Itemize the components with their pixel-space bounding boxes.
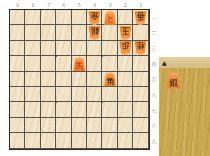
board-cell-7-3[interactable] xyxy=(41,41,56,56)
board-cell-4-4[interactable] xyxy=(87,56,102,71)
board-cell-7-8[interactable] xyxy=(41,118,56,133)
shogi-board: 金と香銀玉歩桂馬角 xyxy=(9,9,150,150)
piece-kanji: 玉 xyxy=(121,26,129,37)
komadai-header: ▲ xyxy=(159,57,210,68)
piece-kanji: 銀 xyxy=(91,26,99,37)
board-cell-4-7[interactable] xyxy=(87,102,102,117)
board-cell-8-9[interactable] xyxy=(25,133,40,148)
rank-label-1: 一 xyxy=(150,10,158,25)
rank-label-3: 三 xyxy=(150,41,158,56)
board-cell-4-8[interactable] xyxy=(87,118,102,133)
board-cell-2-5[interactable] xyxy=(118,72,133,87)
board-cell-5-1[interactable] xyxy=(72,10,87,25)
hand-piece-silver[interactable]: 銀 xyxy=(166,72,181,89)
file-label-3: 3 xyxy=(102,1,117,9)
file-label-6: 6 xyxy=(56,1,71,9)
piece-kanji: 香 xyxy=(137,11,145,22)
board-cell-9-1[interactable] xyxy=(10,10,25,25)
rank-label-7: 七 xyxy=(150,102,158,117)
file-label-1: 1 xyxy=(133,1,148,9)
board-cell-4-6[interactable] xyxy=(87,87,102,102)
board-cell-9-2[interactable] xyxy=(10,25,25,40)
board-cell-7-7[interactable] xyxy=(41,102,56,117)
board-cell-7-5[interactable] xyxy=(41,72,56,87)
file-label-4: 4 xyxy=(87,1,102,9)
board-cell-5-5[interactable] xyxy=(72,72,87,87)
board-cell-9-8[interactable] xyxy=(10,118,25,133)
board-cell-9-5[interactable] xyxy=(10,72,25,87)
board-cell-1-2[interactable] xyxy=(133,25,148,40)
board-cell-8-3[interactable] xyxy=(25,41,40,56)
board-cell-4-9[interactable] xyxy=(87,133,102,148)
board-cell-9-3[interactable] xyxy=(10,41,25,56)
board-cell-3-4[interactable] xyxy=(102,56,117,71)
board-cell-3-3[interactable] xyxy=(102,41,117,56)
board-cell-1-4[interactable] xyxy=(133,56,148,71)
board-cell-8-8[interactable] xyxy=(25,118,40,133)
board-cell-2-1[interactable] xyxy=(118,10,133,25)
board-cell-7-1[interactable] xyxy=(41,10,56,25)
board-cell-6-2[interactable] xyxy=(56,25,71,40)
file-label-9: 9 xyxy=(10,1,25,9)
board-cell-5-3[interactable] xyxy=(72,41,87,56)
board-cell-1-6[interactable] xyxy=(133,87,148,102)
board-cell-3-7[interactable] xyxy=(102,102,117,117)
piece-kanji: 銀 xyxy=(169,77,178,89)
rank-label-9: 九 xyxy=(150,133,158,148)
board-cell-3-2[interactable] xyxy=(102,25,117,40)
board-cell-1-5[interactable] xyxy=(133,72,148,87)
board-cell-1-9[interactable] xyxy=(133,133,148,148)
sente-to-move-marker: ▲ xyxy=(159,57,167,68)
board-cell-1-7[interactable] xyxy=(133,102,148,117)
rank-label-8: 八 xyxy=(150,118,158,133)
piece-kanji: 歩 xyxy=(121,41,129,52)
board-cell-2-9[interactable] xyxy=(118,133,133,148)
board-cell-8-4[interactable] xyxy=(25,56,40,71)
board-cell-2-8[interactable] xyxy=(118,118,133,133)
board-cell-8-2[interactable] xyxy=(25,25,40,40)
file-label-5: 5 xyxy=(72,1,87,9)
file-label-8: 8 xyxy=(25,1,40,9)
board-cell-6-9[interactable] xyxy=(56,133,71,148)
board-cell-8-5[interactable] xyxy=(25,72,40,87)
shogi-diagram: 987654321 金と香銀玉歩桂馬角 一二三四五六七八九 ▲ 銀 xyxy=(0,0,210,156)
board-cell-6-6[interactable] xyxy=(56,87,71,102)
rank-label-5: 五 xyxy=(150,72,158,87)
board-cell-7-4[interactable] xyxy=(41,56,56,71)
board-cell-4-3[interactable] xyxy=(87,41,102,56)
board-cell-5-7[interactable] xyxy=(72,102,87,117)
board-cell-3-6[interactable] xyxy=(102,87,117,102)
board-cell-1-8[interactable] xyxy=(133,118,148,133)
board-cell-9-6[interactable] xyxy=(10,87,25,102)
sente-hand-area: 銀 xyxy=(159,68,210,156)
piece-kanji: と xyxy=(106,14,114,25)
board-cell-6-8[interactable] xyxy=(56,118,71,133)
board-cell-6-3[interactable] xyxy=(56,41,71,56)
board-cell-3-8[interactable] xyxy=(102,118,117,133)
board-cell-2-4[interactable] xyxy=(118,56,133,71)
board-cell-5-9[interactable] xyxy=(72,133,87,148)
board-cell-5-8[interactable] xyxy=(72,118,87,133)
piece-kanji: 桂 xyxy=(137,41,145,52)
file-label-7: 7 xyxy=(41,1,56,9)
board-cell-5-6[interactable] xyxy=(72,87,87,102)
board-cell-3-9[interactable] xyxy=(102,133,117,148)
board-cell-8-7[interactable] xyxy=(25,102,40,117)
piece-kanji: 馬 xyxy=(75,61,83,72)
board-cell-6-4[interactable] xyxy=(56,56,71,71)
sente-komadai: ▲ 銀 xyxy=(159,57,210,156)
board-cell-2-6[interactable] xyxy=(118,87,133,102)
board-cell-7-2[interactable] xyxy=(41,25,56,40)
file-labels: 987654321 xyxy=(10,1,149,9)
file-label-2: 2 xyxy=(118,1,133,9)
board-cell-5-2[interactable] xyxy=(72,25,87,40)
board-cell-9-4[interactable] xyxy=(10,56,25,71)
board-cell-8-6[interactable] xyxy=(25,87,40,102)
rank-label-4: 四 xyxy=(150,56,158,71)
piece-kanji: 角 xyxy=(106,76,114,87)
board-cell-8-1[interactable] xyxy=(25,10,40,25)
board-cell-7-9[interactable] xyxy=(41,133,56,148)
board-cell-7-6[interactable] xyxy=(41,87,56,102)
rank-label-6: 六 xyxy=(150,87,158,102)
rank-labels: 一二三四五六七八九 xyxy=(150,10,158,149)
board-cell-6-1[interactable] xyxy=(56,10,71,25)
board-cell-9-7[interactable] xyxy=(10,102,25,117)
board-cell-6-5[interactable] xyxy=(56,72,71,87)
piece-kanji: 金 xyxy=(91,11,99,22)
rank-label-2: 二 xyxy=(150,25,158,40)
board-cell-6-7[interactable] xyxy=(56,102,71,117)
board-cell-9-9[interactable] xyxy=(10,133,25,148)
board-cell-4-5[interactable] xyxy=(87,72,102,87)
board-cell-2-7[interactable] xyxy=(118,102,133,117)
